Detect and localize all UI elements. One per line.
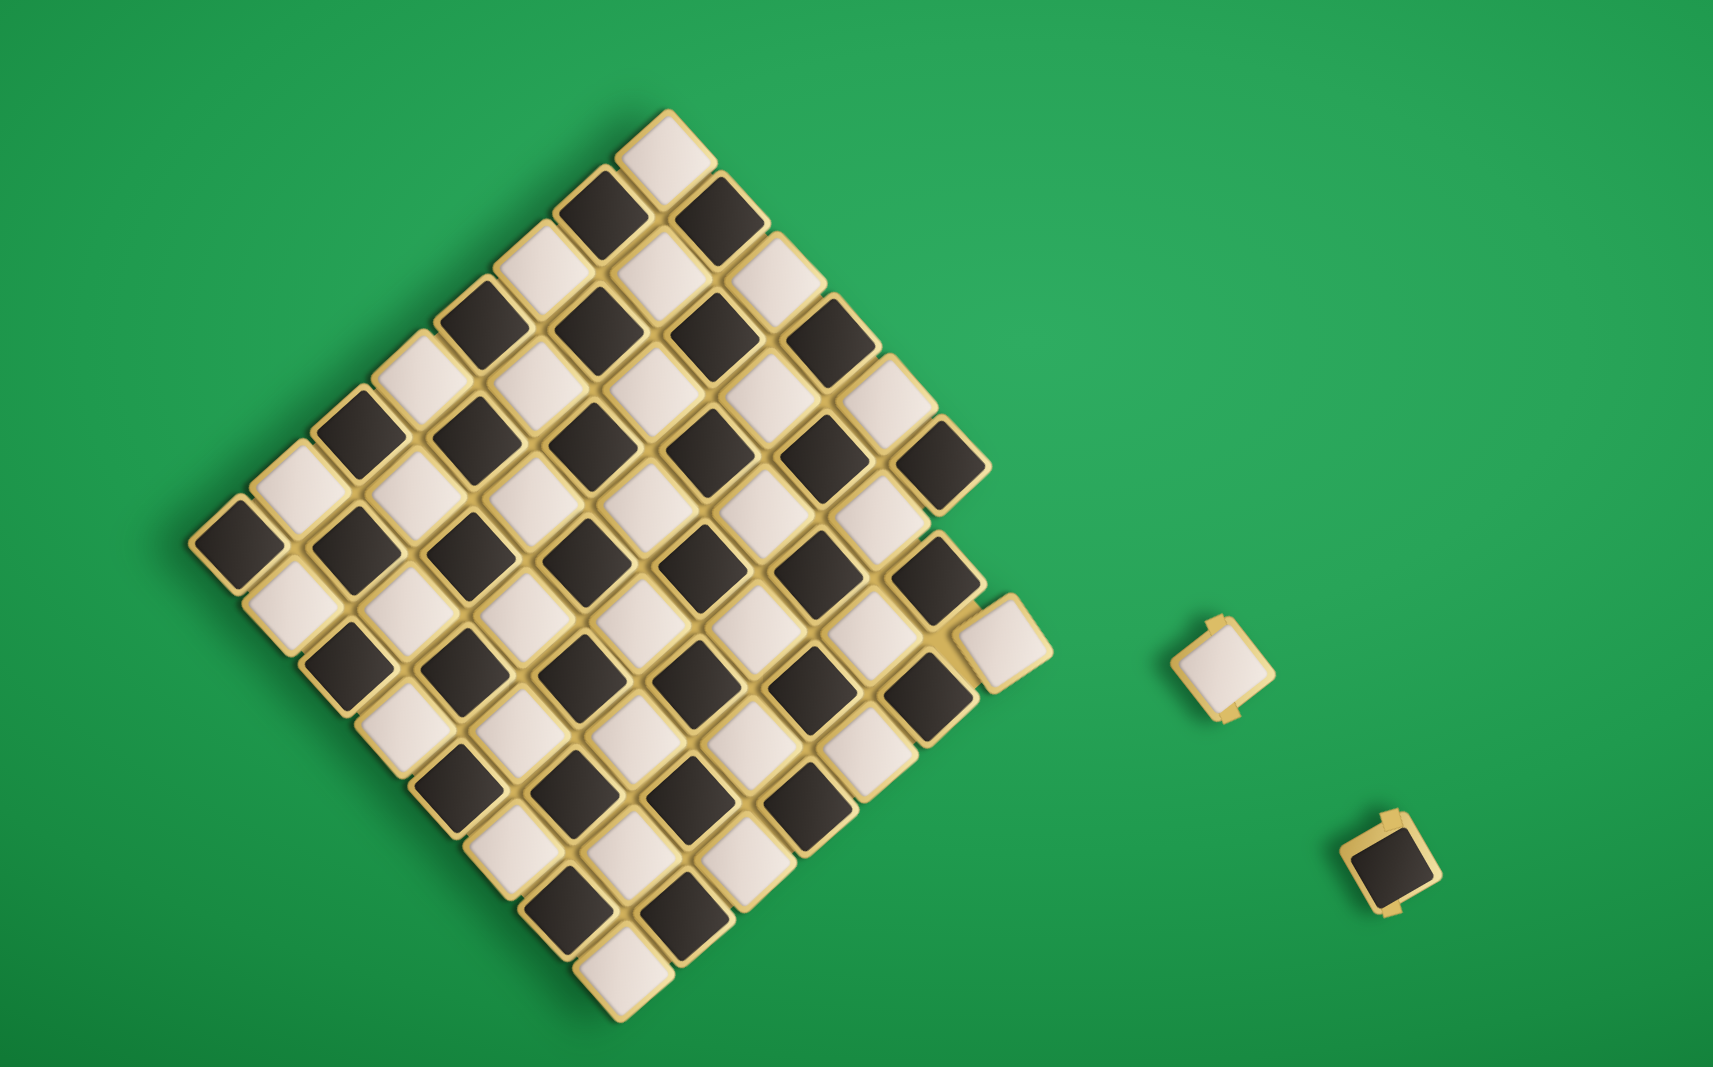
green-table-surface <box>0 0 1713 1067</box>
black-tile-face <box>1349 826 1435 910</box>
board-grid <box>185 106 1106 1027</box>
loose-tile-white[interactable] <box>1167 613 1279 725</box>
loose-tile-black[interactable] <box>1336 808 1445 917</box>
origami-checkerboard <box>185 106 1106 1027</box>
white-tile-face <box>1177 623 1270 716</box>
